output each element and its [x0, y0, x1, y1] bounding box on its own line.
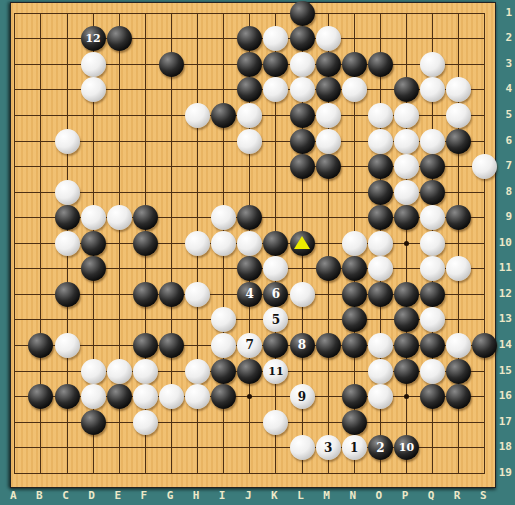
white-stone-C14 [55, 333, 80, 358]
white-stone-Q3 [420, 52, 445, 77]
black-stone-N11 [342, 256, 367, 281]
row-label-10: 10 [499, 235, 512, 248]
white-stone-I10 [211, 231, 236, 256]
white-stone-L16: 9 [290, 384, 315, 409]
column-label-S: S [480, 489, 487, 502]
white-stone-O14 [368, 333, 393, 358]
black-stone-P18: 10 [394, 435, 419, 460]
white-stone-K13: 5 [263, 307, 288, 332]
white-stone-O10 [368, 231, 393, 256]
white-stone-G16 [159, 384, 184, 409]
row-label-9: 9 [505, 210, 512, 223]
row-label-18: 18 [499, 440, 512, 453]
row-label-17: 17 [499, 414, 512, 427]
white-stone-I13 [211, 307, 236, 332]
black-stone-P13 [394, 307, 419, 332]
black-stone-N17 [342, 410, 367, 435]
white-stone-L18 [290, 435, 315, 460]
white-stone-R14 [446, 333, 471, 358]
white-stone-H10 [185, 231, 210, 256]
black-stone-G12 [159, 282, 184, 307]
black-stone-J9 [237, 205, 262, 230]
column-label-D: D [88, 489, 95, 502]
column-label-B: B [36, 489, 43, 502]
row-label-5: 5 [505, 107, 512, 120]
black-stone-G3 [159, 52, 184, 77]
black-stone-P4 [394, 77, 419, 102]
row-label-3: 3 [505, 56, 512, 69]
white-stone-M6 [316, 129, 341, 154]
column-label-G: G [167, 489, 174, 502]
black-stone-M4 [316, 77, 341, 102]
black-stone-M7 [316, 154, 341, 179]
column-label-R: R [454, 489, 461, 502]
black-stone-D11 [81, 256, 106, 281]
row-label-13: 13 [499, 312, 512, 325]
black-stone-Q16 [420, 384, 445, 409]
white-stone-O11 [368, 256, 393, 281]
white-stone-F16 [133, 384, 158, 409]
black-stone-P15 [394, 359, 419, 384]
white-stone-M2 [316, 26, 341, 51]
black-stone-M11 [316, 256, 341, 281]
black-stone-P9 [394, 205, 419, 230]
grid-line [14, 473, 485, 474]
black-stone-Q12 [420, 282, 445, 307]
white-stone-C8 [55, 180, 80, 205]
column-label-F: F [141, 489, 148, 502]
black-stone-J3 [237, 52, 262, 77]
black-stone-C12 [55, 282, 80, 307]
white-stone-N4 [342, 77, 367, 102]
black-stone-Q7 [420, 154, 445, 179]
black-stone-E16 [107, 384, 132, 409]
black-stone-R6 [446, 129, 471, 154]
white-stone-P6 [394, 129, 419, 154]
white-stone-I9 [211, 205, 236, 230]
black-stone-K14 [263, 333, 288, 358]
row-label-15: 15 [499, 363, 512, 376]
black-stone-K10 [263, 231, 288, 256]
white-stone-P7 [394, 154, 419, 179]
black-stone-O9 [368, 205, 393, 230]
white-stone-E15 [107, 359, 132, 384]
white-stone-D15 [81, 359, 106, 384]
column-label-C: C [62, 489, 69, 502]
white-stone-L3 [290, 52, 315, 77]
white-stone-Q9 [420, 205, 445, 230]
white-stone-K17 [263, 410, 288, 435]
black-stone-D2: 12 [81, 26, 106, 51]
white-stone-F17 [133, 410, 158, 435]
black-stone-L7 [290, 154, 315, 179]
white-stone-P5 [394, 103, 419, 128]
black-stone-D17 [81, 410, 106, 435]
black-stone-F10 [133, 231, 158, 256]
white-stone-O5 [368, 103, 393, 128]
row-label-1: 1 [505, 5, 512, 18]
black-stone-Q8 [420, 180, 445, 205]
black-stone-P14 [394, 333, 419, 358]
white-stone-R5 [446, 103, 471, 128]
black-stone-O7 [368, 154, 393, 179]
black-stone-I15 [211, 359, 236, 384]
black-stone-L5 [290, 103, 315, 128]
black-stone-S14 [472, 333, 497, 358]
black-stone-F12 [133, 282, 158, 307]
white-stone-Q11 [420, 256, 445, 281]
black-stone-L14: 8 [290, 333, 315, 358]
white-stone-K15: 11 [263, 359, 288, 384]
black-stone-L6 [290, 129, 315, 154]
black-stone-N16 [342, 384, 367, 409]
black-stone-M3 [316, 52, 341, 77]
row-label-11: 11 [499, 261, 512, 274]
black-stone-K3 [263, 52, 288, 77]
column-label-Q: Q [428, 489, 435, 502]
white-stone-R11 [446, 256, 471, 281]
column-label-O: O [376, 489, 383, 502]
white-stone-J14: 7 [237, 333, 262, 358]
black-stone-Q14 [420, 333, 445, 358]
white-stone-H16 [185, 384, 210, 409]
black-stone-J4 [237, 77, 262, 102]
row-label-14: 14 [499, 337, 512, 350]
black-stone-L1 [290, 1, 315, 26]
white-stone-C6 [55, 129, 80, 154]
black-stone-J2 [237, 26, 262, 51]
star-point [404, 394, 409, 399]
black-stone-O3 [368, 52, 393, 77]
row-label-2: 2 [505, 31, 512, 44]
white-stone-O6 [368, 129, 393, 154]
white-stone-Q15 [420, 359, 445, 384]
white-stone-O15 [368, 359, 393, 384]
white-stone-H12 [185, 282, 210, 307]
star-point [247, 394, 252, 399]
star-point [404, 241, 409, 246]
column-label-J: J [245, 489, 252, 502]
black-stone-O8 [368, 180, 393, 205]
white-stone-K11 [263, 256, 288, 281]
black-stone-K12: 6 [263, 282, 288, 307]
black-stone-B14 [28, 333, 53, 358]
row-label-7: 7 [505, 159, 512, 172]
white-stone-K2 [263, 26, 288, 51]
column-label-H: H [193, 489, 200, 502]
go-board[interactable]: 124657811931210 [10, 2, 496, 488]
triangle-marker-icon [294, 236, 310, 249]
black-stone-I16 [211, 384, 236, 409]
go-app-window: 124657811931210 ABCDEFGHIJKLMNOPQRS12345… [0, 0, 515, 505]
row-label-16: 16 [499, 389, 512, 402]
black-stone-C16 [55, 384, 80, 409]
white-stone-N10 [342, 231, 367, 256]
white-stone-K4 [263, 77, 288, 102]
black-stone-N12 [342, 282, 367, 307]
column-label-I: I [219, 489, 226, 502]
column-label-N: N [349, 489, 356, 502]
white-stone-C10 [55, 231, 80, 256]
row-label-4: 4 [505, 82, 512, 95]
white-stone-S7 [472, 154, 497, 179]
white-stone-J5 [237, 103, 262, 128]
white-stone-Q13 [420, 307, 445, 332]
white-stone-Q4 [420, 77, 445, 102]
row-label-12: 12 [499, 286, 512, 299]
black-stone-G14 [159, 333, 184, 358]
row-label-19: 19 [499, 465, 512, 478]
black-stone-R15 [446, 359, 471, 384]
white-stone-H15 [185, 359, 210, 384]
black-stone-P12 [394, 282, 419, 307]
black-stone-F14 [133, 333, 158, 358]
white-stone-I14 [211, 333, 236, 358]
black-stone-F9 [133, 205, 158, 230]
white-stone-M5 [316, 103, 341, 128]
white-stone-H5 [185, 103, 210, 128]
white-stone-Q6 [420, 129, 445, 154]
black-stone-N13 [342, 307, 367, 332]
black-stone-E2 [107, 26, 132, 51]
black-stone-R9 [446, 205, 471, 230]
white-stone-N18: 1 [342, 435, 367, 460]
grid-line [484, 13, 485, 474]
white-stone-O16 [368, 384, 393, 409]
black-stone-O18: 2 [368, 435, 393, 460]
black-stone-B16 [28, 384, 53, 409]
row-label-6: 6 [505, 133, 512, 146]
white-stone-D4 [81, 77, 106, 102]
white-stone-Q10 [420, 231, 445, 256]
black-stone-D10 [81, 231, 106, 256]
black-stone-N14 [342, 333, 367, 358]
black-stone-J15 [237, 359, 262, 384]
black-stone-O12 [368, 282, 393, 307]
white-stone-P8 [394, 180, 419, 205]
column-label-P: P [402, 489, 409, 502]
white-stone-J6 [237, 129, 262, 154]
black-stone-N3 [342, 52, 367, 77]
white-stone-D3 [81, 52, 106, 77]
white-stone-F15 [133, 359, 158, 384]
white-stone-J10 [237, 231, 262, 256]
black-stone-R16 [446, 384, 471, 409]
black-stone-J11 [237, 256, 262, 281]
black-stone-J12: 4 [237, 282, 262, 307]
column-label-A: A [10, 489, 17, 502]
black-stone-M14 [316, 333, 341, 358]
row-label-8: 8 [505, 184, 512, 197]
white-stone-D16 [81, 384, 106, 409]
white-stone-M18: 3 [316, 435, 341, 460]
white-stone-D9 [81, 205, 106, 230]
column-label-E: E [114, 489, 121, 502]
white-stone-R4 [446, 77, 471, 102]
white-stone-L4 [290, 77, 315, 102]
black-stone-I5 [211, 103, 236, 128]
column-label-M: M [323, 489, 330, 502]
white-stone-L12 [290, 282, 315, 307]
white-stone-E9 [107, 205, 132, 230]
black-stone-L2 [290, 26, 315, 51]
column-label-K: K [271, 489, 278, 502]
column-label-L: L [297, 489, 304, 502]
black-stone-C9 [55, 205, 80, 230]
